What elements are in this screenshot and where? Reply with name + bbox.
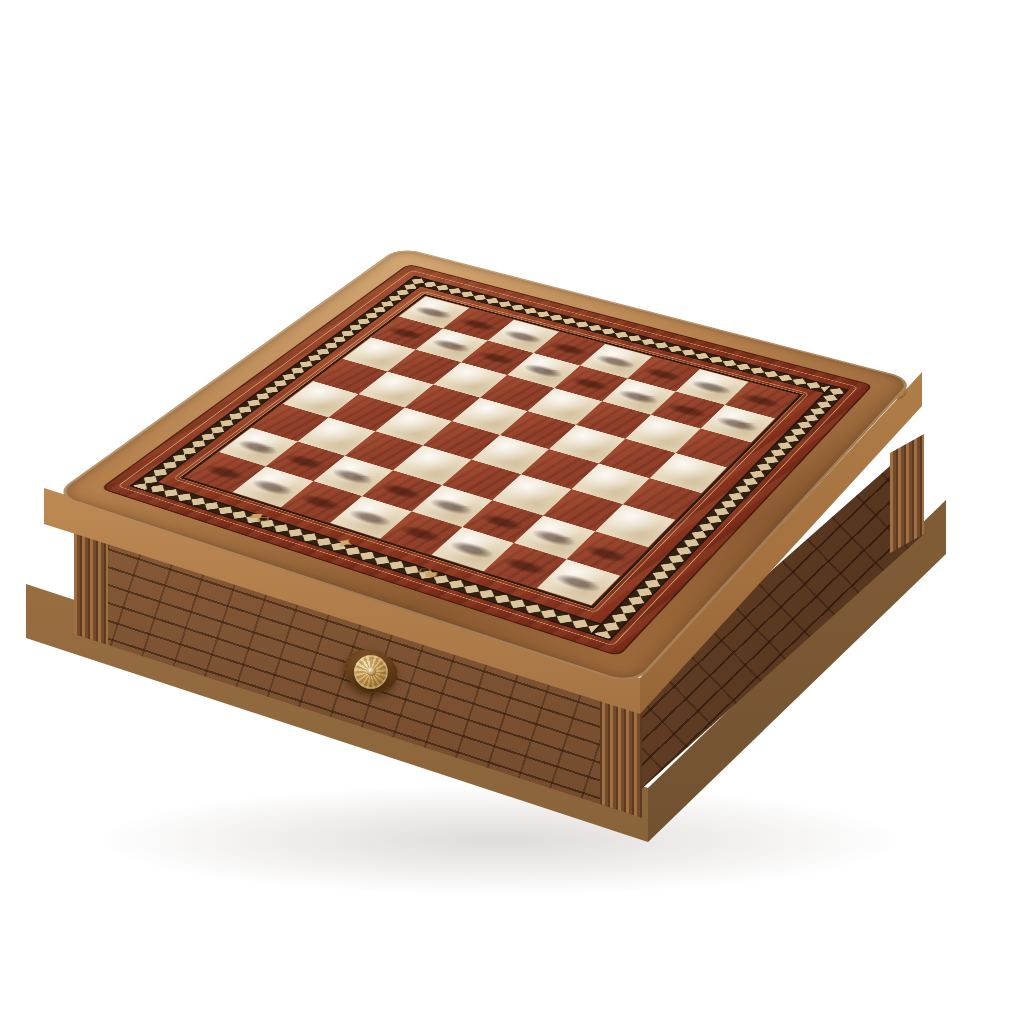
piece-glyph: ♞ <box>494 501 556 571</box>
piece-glyph: ♟ <box>521 325 566 375</box>
piece-glyph: ♟ <box>568 338 613 388</box>
piece-glyph: ♟ <box>430 301 474 350</box>
ground-shadow <box>60 780 940 900</box>
piece-glyph: ♟ <box>475 313 519 362</box>
piece-glyph: ♟ <box>665 364 711 415</box>
drawer-knob[interactable] <box>354 655 388 689</box>
piece-glyph: ♟ <box>616 351 661 402</box>
knob-center-boss <box>367 667 376 676</box>
product-photo-scene: ◆◇ ✦ ◇◆ ♜♞♝♛♚♝♞♜♟♟♟♟♟♟♟♟♟♟♟♟♟♟♟♟♜♞♝♚♛♝♞♜ <box>0 0 1024 1024</box>
piece-glyph: ♟ <box>385 289 428 337</box>
piece-glyph: ♜ <box>549 522 608 588</box>
piece-glyph: ♟ <box>715 377 761 429</box>
